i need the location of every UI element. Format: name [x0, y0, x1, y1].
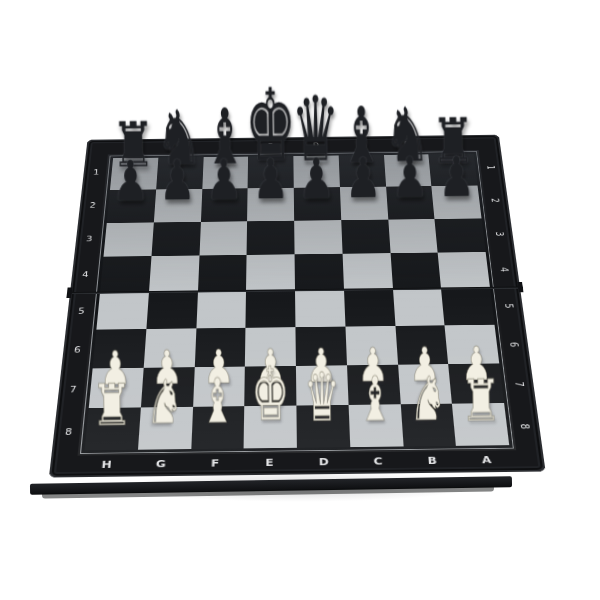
piece-cell-d5 — [295, 289, 345, 327]
piece-cell-a4 — [438, 252, 490, 288]
piece-cell-c5 — [344, 289, 395, 327]
rank-label-left-3-2: 3 — [74, 222, 104, 257]
piece-cell-f3 — [199, 221, 247, 256]
rank-label-left-4-3: 4 — [70, 256, 101, 292]
file-label-bottom-B-6: B — [405, 448, 461, 473]
piece-cell-e4 — [246, 254, 295, 290]
product-photo-scene: HGFEDCBA HGFEDCBA 12345678 12345678 ♜♞♝♚… — [0, 0, 600, 600]
piece-cell-b5 — [392, 288, 444, 326]
file-label-bottom-G-1: G — [133, 452, 189, 477]
piece-cell-h3 — [103, 222, 153, 257]
file-label-bottom-D-4: D — [297, 450, 352, 475]
file-label-bottom-E-3: E — [243, 450, 298, 475]
hinge-left — [66, 288, 72, 298]
hinge-right — [517, 282, 523, 292]
piece-cell-a5 — [441, 288, 494, 326]
piece-cell-c4 — [342, 253, 392, 289]
piece-cell-d4 — [295, 254, 344, 290]
rank-label-left-5-4: 5 — [66, 292, 97, 330]
file-label-bottom-H-0: H — [79, 452, 135, 477]
piece-cell-a3 — [435, 218, 486, 253]
piece-cell-f4 — [198, 255, 247, 291]
black-pawn-a2: ♟ — [407, 149, 506, 205]
piece-cell-d3 — [294, 220, 342, 255]
piece-cell-g4 — [149, 256, 199, 292]
pieces-layer: ♜♞♝♚♛♝♞♜♟♟♟♟♟♟♟♟♟♟♟♟♟♟♟♟♜♞♝♚♛♝♞♜ — [85, 154, 510, 451]
file-label-bottom-C-5: C — [351, 449, 407, 474]
file-label-bottom-A-7: A — [459, 448, 516, 473]
piece-cell-a2: ♟ — [432, 185, 482, 218]
piece-cell-b3 — [388, 219, 438, 254]
piece-cell-e3 — [247, 220, 295, 255]
piece-cell-g5 — [146, 291, 197, 329]
piece-cell-h5 — [96, 292, 148, 330]
piece-cell-a8: ♜ — [452, 403, 509, 446]
piece-cell-h4 — [100, 256, 151, 292]
piece-cell-c3 — [341, 219, 390, 254]
piece-cell-e5 — [246, 290, 296, 328]
piece-cell-f5 — [196, 291, 246, 329]
piece-cell-b4 — [390, 253, 441, 289]
white-rook-a8: ♜ — [420, 371, 542, 430]
piece-cell-g3 — [151, 222, 200, 257]
file-label-bottom-F-2: F — [188, 451, 243, 476]
chess-board: HGFEDCBA HGFEDCBA 12345678 12345678 ♜♞♝♚… — [49, 135, 546, 478]
